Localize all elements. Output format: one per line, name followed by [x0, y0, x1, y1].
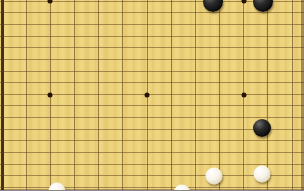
white-stone[interactable]	[49, 183, 66, 191]
grid-horizontal-line	[0, 105, 304, 106]
grid-horizontal-line	[0, 82, 304, 83]
grid-horizontal-line	[0, 187, 304, 188]
grid-horizontal-line	[0, 47, 304, 48]
grid-vertical-line	[74, 0, 75, 190]
grid-vertical-line	[195, 0, 196, 190]
board-right-edge-shade	[301, 0, 304, 190]
grid-horizontal-line	[0, 36, 304, 37]
white-stone[interactable]	[205, 167, 222, 184]
screenshot	[0, 0, 304, 190]
grid-vertical-line	[267, 0, 268, 190]
grid-horizontal-line	[0, 24, 304, 25]
black-stone[interactable]	[253, 0, 273, 12]
grid-horizontal-line	[0, 59, 304, 60]
grid-vertical-line	[171, 0, 172, 190]
star-point	[48, 92, 53, 97]
grid-vertical-line	[122, 0, 123, 190]
black-stone[interactable]	[253, 119, 271, 137]
board-left-edge-line	[1, 0, 4, 190]
grid-vertical-line	[292, 0, 293, 190]
grid-vertical-line	[219, 0, 220, 190]
star-point	[241, 92, 246, 97]
grid-horizontal-line	[0, 152, 304, 153]
grid-horizontal-line	[0, 164, 304, 165]
black-stone[interactable]	[203, 0, 223, 12]
grid-horizontal-line	[0, 117, 304, 118]
star-point	[145, 92, 150, 97]
star-point	[241, 0, 246, 4]
grid-vertical-line	[98, 0, 99, 190]
grid-horizontal-line	[0, 94, 304, 95]
white-stone[interactable]	[174, 185, 191, 191]
go-board[interactable]	[0, 0, 304, 190]
grid-horizontal-line	[0, 140, 304, 141]
grid-vertical-line	[26, 0, 27, 190]
white-stone[interactable]	[254, 166, 271, 183]
star-point	[48, 0, 53, 4]
grid-horizontal-line	[0, 71, 304, 72]
grid-horizontal-line	[0, 12, 304, 13]
board-bottom-edge-shade	[0, 189, 304, 190]
